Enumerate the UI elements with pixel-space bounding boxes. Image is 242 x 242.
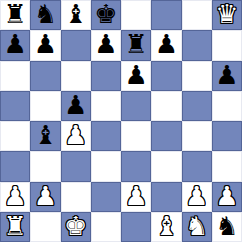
square-e5[interactable] <box>121 91 151 121</box>
white-knight-g1[interactable]: ♞ <box>185 211 208 241</box>
white-pawn-b2[interactable]: ♟ <box>34 181 57 211</box>
square-g4[interactable] <box>182 121 212 151</box>
square-e3[interactable] <box>121 151 151 181</box>
square-f3[interactable] <box>151 151 181 181</box>
square-c1[interactable]: ♚ <box>61 212 91 242</box>
square-d1[interactable] <box>91 212 121 242</box>
square-f1[interactable]: ♝ <box>151 212 181 242</box>
white-pawn-c4[interactable]: ♟ <box>64 120 87 150</box>
black-rook-e7[interactable]: ♜ <box>124 29 147 59</box>
square-h1[interactable]: ♞ <box>212 212 242 242</box>
white-pawn-g2[interactable]: ♟ <box>185 181 208 211</box>
square-b3[interactable] <box>30 151 60 181</box>
square-b8[interactable]: ♞ <box>30 0 60 30</box>
square-f8[interactable] <box>151 0 181 30</box>
black-king-d8[interactable]: ♚ <box>94 0 117 29</box>
square-a2[interactable]: ♟ <box>0 182 30 212</box>
square-a4[interactable] <box>0 121 30 151</box>
square-b2[interactable]: ♟ <box>30 182 60 212</box>
square-a5[interactable] <box>0 91 30 121</box>
white-pawn-a2[interactable]: ♟ <box>3 181 26 211</box>
square-b4[interactable]: ♝ <box>30 121 60 151</box>
square-b7[interactable]: ♟ <box>30 30 60 60</box>
square-c5[interactable]: ♟ <box>61 91 91 121</box>
black-pawn-b7[interactable]: ♟ <box>34 29 57 59</box>
square-e6[interactable]: ♟ <box>121 61 151 91</box>
square-f5[interactable] <box>151 91 181 121</box>
square-e8[interactable] <box>121 0 151 30</box>
square-b6[interactable] <box>30 61 60 91</box>
square-d3[interactable] <box>91 151 121 181</box>
white-king-c1[interactable]: ♚ <box>64 211 87 241</box>
square-g6[interactable] <box>182 61 212 91</box>
square-h8[interactable]: ♛ <box>212 0 242 30</box>
square-d2[interactable] <box>91 182 121 212</box>
black-pawn-d7[interactable]: ♟ <box>94 29 117 59</box>
white-queen-h8[interactable]: ♛ <box>215 0 238 29</box>
square-e2[interactable]: ♟ <box>121 182 151 212</box>
white-bishop-f1[interactable]: ♝ <box>155 211 178 241</box>
square-d6[interactable] <box>91 61 121 91</box>
square-g7[interactable] <box>182 30 212 60</box>
square-g1[interactable]: ♞ <box>182 212 212 242</box>
black-pawn-h6[interactable]: ♟ <box>215 60 238 90</box>
square-h5[interactable] <box>212 91 242 121</box>
square-f6[interactable] <box>151 61 181 91</box>
square-g5[interactable] <box>182 91 212 121</box>
square-e4[interactable] <box>121 121 151 151</box>
black-pawn-c5[interactable]: ♟ <box>64 90 87 120</box>
square-c2[interactable] <box>61 182 91 212</box>
square-b5[interactable] <box>30 91 60 121</box>
square-d5[interactable] <box>91 91 121 121</box>
square-e7[interactable]: ♜ <box>121 30 151 60</box>
square-b1[interactable] <box>30 212 60 242</box>
black-knight-b8[interactable]: ♞ <box>34 0 57 29</box>
square-d7[interactable]: ♟ <box>91 30 121 60</box>
square-a8[interactable]: ♜ <box>0 0 30 30</box>
square-e1[interactable] <box>121 212 151 242</box>
square-c6[interactable] <box>61 61 91 91</box>
square-h7[interactable] <box>212 30 242 60</box>
square-c4[interactable]: ♟ <box>61 121 91 151</box>
black-rook-a8[interactable]: ♜ <box>3 0 26 29</box>
square-g3[interactable] <box>182 151 212 181</box>
square-d4[interactable] <box>91 121 121 151</box>
square-c8[interactable]: ♝ <box>61 0 91 30</box>
square-c3[interactable] <box>61 151 91 181</box>
white-rook-a1[interactable]: ♜ <box>3 211 26 241</box>
square-a1[interactable]: ♜ <box>0 212 30 242</box>
square-f7[interactable]: ♟ <box>151 30 181 60</box>
black-bishop-c8[interactable]: ♝ <box>64 0 87 29</box>
square-a3[interactable] <box>0 151 30 181</box>
white-pawn-e2[interactable]: ♟ <box>124 181 147 211</box>
square-h2[interactable]: ♟ <box>212 182 242 212</box>
black-pawn-e6[interactable]: ♟ <box>124 60 147 90</box>
square-a6[interactable] <box>0 61 30 91</box>
square-g2[interactable]: ♟ <box>182 182 212 212</box>
chess-board: ♜♞♝♚♛♟♟♟♜♟♟♟♟♝♟♟♟♟♟♟♜♚♝♞♞ <box>0 0 242 242</box>
square-c7[interactable] <box>61 30 91 60</box>
square-g8[interactable] <box>182 0 212 30</box>
white-pawn-h2[interactable]: ♟ <box>215 181 238 211</box>
black-bishop-b4[interactable]: ♝ <box>34 120 57 150</box>
black-knight-h1[interactable]: ♞ <box>215 211 238 241</box>
square-h6[interactable]: ♟ <box>212 61 242 91</box>
square-f2[interactable] <box>151 182 181 212</box>
square-h4[interactable] <box>212 121 242 151</box>
square-a7[interactable]: ♟ <box>0 30 30 60</box>
black-pawn-a7[interactable]: ♟ <box>3 29 26 59</box>
square-f4[interactable] <box>151 121 181 151</box>
black-pawn-f7[interactable]: ♟ <box>155 29 178 59</box>
square-h3[interactable] <box>212 151 242 181</box>
square-d8[interactable]: ♚ <box>91 0 121 30</box>
